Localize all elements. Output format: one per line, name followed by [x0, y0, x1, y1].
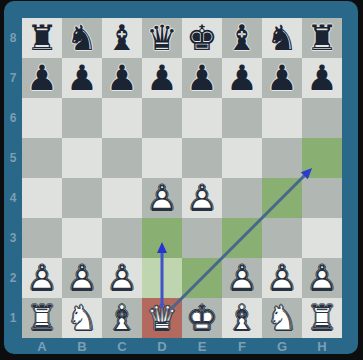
white-pawn[interactable]: ♟♙ [62, 258, 102, 298]
white-knight[interactable]: ♞♘ [262, 298, 302, 338]
square-f2[interactable]: ♟♙ [222, 258, 262, 298]
black-pawn[interactable]: ♟♙ [102, 58, 142, 98]
white-knight[interactable]: ♞♘ [62, 298, 102, 338]
square-h3[interactable] [302, 218, 342, 258]
square-c1[interactable]: ♝♗ [102, 298, 142, 338]
black-bishop[interactable]: ♝♗ [222, 18, 262, 58]
square-f8[interactable]: ♝♗ [222, 18, 262, 58]
file-label-b: B [62, 338, 102, 355]
white-pawn[interactable]: ♟♙ [302, 258, 342, 298]
rank-label-8: 8 [4, 18, 22, 58]
white-bishop[interactable]: ♝♗ [102, 298, 142, 338]
rank-label-7: 7 [4, 58, 22, 98]
square-g6[interactable] [262, 98, 302, 138]
square-e5[interactable] [182, 138, 222, 178]
square-g2[interactable]: ♟♙ [262, 258, 302, 298]
square-e8[interactable]: ♚♔ [182, 18, 222, 58]
square-a3[interactable] [22, 218, 62, 258]
square-b3[interactable] [62, 218, 102, 258]
white-pawn[interactable]: ♟♙ [102, 258, 142, 298]
square-g3[interactable] [262, 218, 302, 258]
square-a6[interactable] [22, 98, 62, 138]
square-c6[interactable] [102, 98, 142, 138]
file-label-e: E [182, 338, 222, 355]
square-e4[interactable]: ♟♙ [182, 178, 222, 218]
white-pawn[interactable]: ♟♙ [22, 258, 62, 298]
black-knight[interactable]: ♞♘ [62, 18, 102, 58]
square-c4[interactable] [102, 178, 142, 218]
square-e6[interactable] [182, 98, 222, 138]
rank-label-3: 3 [4, 218, 22, 258]
black-queen[interactable]: ♛♕ [142, 18, 182, 58]
square-g5[interactable] [262, 138, 302, 178]
file-label-f: F [222, 338, 262, 355]
file-label-d: D [142, 338, 182, 355]
square-b2[interactable]: ♟♙ [62, 258, 102, 298]
square-e1[interactable]: ♚♔ [182, 298, 222, 338]
square-h5[interactable] [302, 138, 342, 178]
square-a2[interactable]: ♟♙ [22, 258, 62, 298]
square-e2[interactable] [182, 258, 222, 298]
square-c5[interactable] [102, 138, 142, 178]
black-bishop[interactable]: ♝♗ [102, 18, 142, 58]
white-queen[interactable]: ♛♕ [142, 298, 182, 338]
square-d2[interactable] [142, 258, 182, 298]
square-h1[interactable]: ♜♖ [302, 298, 342, 338]
square-f7[interactable]: ♟♙ [222, 58, 262, 98]
rank-label-5: 5 [4, 138, 22, 178]
white-pawn[interactable]: ♟♙ [222, 258, 262, 298]
rank-labels: 87654321 [4, 18, 22, 338]
square-f1[interactable]: ♝♗ [222, 298, 262, 338]
rank-label-6: 6 [4, 98, 22, 138]
square-b1[interactable]: ♞♘ [62, 298, 102, 338]
square-b8[interactable]: ♞♘ [62, 18, 102, 58]
file-label-h: H [302, 338, 342, 355]
rank-label-4: 4 [4, 178, 22, 218]
rank-label-1: 1 [4, 298, 22, 338]
black-pawn[interactable]: ♟♙ [262, 58, 302, 98]
square-g4[interactable] [262, 178, 302, 218]
square-d8[interactable]: ♛♕ [142, 18, 182, 58]
square-a8[interactable]: ♜♖ [22, 18, 62, 58]
square-g7[interactable]: ♟♙ [262, 58, 302, 98]
white-king[interactable]: ♚♔ [182, 298, 222, 338]
chess-board: ♜♖♞♘♝♗♛♕♚♔♝♗♞♘♜♖♟♙♟♙♟♙♟♙♟♙♟♙♟♙♟♙♟♙♟♙♟♙♟♙… [22, 18, 342, 338]
black-pawn[interactable]: ♟♙ [62, 58, 102, 98]
square-a5[interactable] [22, 138, 62, 178]
square-c7[interactable]: ♟♙ [102, 58, 142, 98]
black-rook[interactable]: ♜♖ [302, 18, 342, 58]
black-pawn[interactable]: ♟♙ [182, 58, 222, 98]
square-e3[interactable] [182, 218, 222, 258]
black-pawn[interactable]: ♟♙ [302, 58, 342, 98]
white-rook[interactable]: ♜♖ [22, 298, 62, 338]
square-d4[interactable]: ♟♙ [142, 178, 182, 218]
square-b4[interactable] [62, 178, 102, 218]
rank-label-2: 2 [4, 258, 22, 298]
square-d1[interactable]: ♛♕ [142, 298, 182, 338]
black-knight[interactable]: ♞♘ [262, 18, 302, 58]
square-a7[interactable]: ♟♙ [22, 58, 62, 98]
file-label-g: G [262, 338, 302, 355]
square-h2[interactable]: ♟♙ [302, 258, 342, 298]
white-pawn[interactable]: ♟♙ [142, 178, 182, 218]
square-c3[interactable] [102, 218, 142, 258]
square-h7[interactable]: ♟♙ [302, 58, 342, 98]
square-c2[interactable]: ♟♙ [102, 258, 142, 298]
chess-board-widget: ♜♖♞♘♝♗♛♕♚♔♝♗♞♘♜♖♟♙♟♙♟♙♟♙♟♙♟♙♟♙♟♙♟♙♟♙♟♙♟♙… [0, 0, 363, 360]
square-b7[interactable]: ♟♙ [62, 58, 102, 98]
black-pawn[interactable]: ♟♙ [22, 58, 62, 98]
square-d3[interactable] [142, 218, 182, 258]
square-d5[interactable] [142, 138, 182, 178]
white-rook[interactable]: ♜♖ [302, 298, 342, 338]
square-g1[interactable]: ♞♘ [262, 298, 302, 338]
square-c8[interactable]: ♝♗ [102, 18, 142, 58]
file-labels: ABCDEFGH [22, 338, 342, 355]
square-g8[interactable]: ♞♘ [262, 18, 302, 58]
black-king[interactable]: ♚♔ [182, 18, 222, 58]
square-d7[interactable]: ♟♙ [142, 58, 182, 98]
square-a1[interactable]: ♜♖ [22, 298, 62, 338]
white-pawn[interactable]: ♟♙ [262, 258, 302, 298]
black-pawn[interactable]: ♟♙ [142, 58, 182, 98]
square-b6[interactable] [62, 98, 102, 138]
square-f3[interactable] [222, 218, 262, 258]
file-label-a: A [22, 338, 62, 355]
square-h4[interactable] [302, 178, 342, 218]
square-h6[interactable] [302, 98, 342, 138]
square-f6[interactable] [222, 98, 262, 138]
square-f4[interactable] [222, 178, 262, 218]
white-bishop[interactable]: ♝♗ [222, 298, 262, 338]
square-e7[interactable]: ♟♙ [182, 58, 222, 98]
square-h8[interactable]: ♜♖ [302, 18, 342, 58]
square-a4[interactable] [22, 178, 62, 218]
square-b5[interactable] [62, 138, 102, 178]
square-f5[interactable] [222, 138, 262, 178]
black-pawn[interactable]: ♟♙ [222, 58, 262, 98]
file-label-c: C [102, 338, 142, 355]
square-d6[interactable] [142, 98, 182, 138]
black-rook[interactable]: ♜♖ [22, 18, 62, 58]
white-pawn[interactable]: ♟♙ [182, 178, 222, 218]
